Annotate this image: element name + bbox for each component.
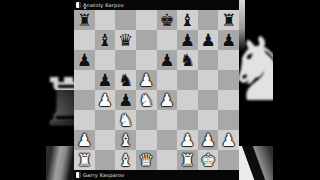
piece-black-pawn[interactable]: ♟: [74, 50, 95, 70]
square-h8[interactable]: ♜: [218, 10, 239, 30]
piece-white-king[interactable]: ♚: [198, 150, 219, 170]
piece-black-bishop[interactable]: ♝: [177, 10, 198, 30]
piece-black-king[interactable]: ♚: [157, 10, 178, 30]
video-frame: ♜ ♞ Anatoly Karpov ♜♚♝♜♝♛♟♟♟♟♟♞♟♞♟♟♟♞♟♞♟…: [0, 0, 320, 180]
square-h3[interactable]: [218, 110, 239, 130]
square-a8[interactable]: ♜: [74, 10, 95, 30]
square-e6[interactable]: ♟: [157, 50, 178, 70]
background-knight-photo: ♞: [239, 26, 273, 114]
square-a6[interactable]: ♟: [74, 50, 95, 70]
square-g8[interactable]: [198, 10, 219, 30]
square-g7[interactable]: ♟: [198, 30, 219, 50]
player-flag-icon: [76, 172, 81, 178]
square-g6[interactable]: [198, 50, 219, 70]
square-c8[interactable]: [115, 10, 136, 30]
piece-white-pawn[interactable]: ♟: [95, 90, 116, 110]
square-d2[interactable]: [136, 130, 157, 150]
square-d5[interactable]: ♟: [136, 70, 157, 90]
background-photo-right: ♞: [239, 0, 273, 180]
square-f7[interactable]: ♟: [177, 30, 198, 50]
square-c3[interactable]: ♞: [115, 110, 136, 130]
piece-white-bishop[interactable]: ♝: [115, 130, 136, 150]
piece-black-pawn[interactable]: ♟: [115, 90, 136, 110]
square-h2[interactable]: ♟: [218, 130, 239, 150]
piece-white-pawn[interactable]: ♟: [74, 130, 95, 150]
square-b4[interactable]: ♟: [95, 90, 116, 110]
square-b6[interactable]: [95, 50, 116, 70]
square-c4[interactable]: ♟: [115, 90, 136, 110]
square-c2[interactable]: ♝: [115, 130, 136, 150]
player-bar-bottom: Garry Kasparov: [74, 170, 239, 180]
piece-white-knight[interactable]: ♞: [115, 110, 136, 130]
square-f8[interactable]: ♝: [177, 10, 198, 30]
player-name-bottom: Garry Kasparov: [83, 172, 124, 178]
player-status-dot: [84, 7, 86, 9]
square-b7[interactable]: ♝: [95, 30, 116, 50]
square-e4[interactable]: ♟: [157, 90, 178, 110]
square-c1[interactable]: ♝: [115, 150, 136, 170]
background-floor-right: [239, 146, 273, 180]
square-d3[interactable]: [136, 110, 157, 130]
player-name-top: Anatoly Karpov: [83, 2, 124, 8]
square-e8[interactable]: ♚: [157, 10, 178, 30]
piece-white-queen[interactable]: ♛: [136, 150, 157, 170]
piece-white-pawn[interactable]: ♟: [136, 70, 157, 90]
square-e3[interactable]: [157, 110, 178, 130]
square-f6[interactable]: ♞: [177, 50, 198, 70]
square-d1[interactable]: ♛: [136, 150, 157, 170]
piece-black-pawn[interactable]: ♟: [157, 50, 178, 70]
square-h7[interactable]: ♟: [218, 30, 239, 50]
piece-black-knight[interactable]: ♞: [115, 70, 136, 90]
player-bar-top: Anatoly Karpov: [74, 0, 239, 10]
background-floor-left: [46, 146, 75, 180]
square-a1[interactable]: ♜: [74, 150, 95, 170]
square-g5[interactable]: [198, 70, 219, 90]
square-g3[interactable]: [198, 110, 219, 130]
square-e7[interactable]: [157, 30, 178, 50]
square-c6[interactable]: [115, 50, 136, 70]
piece-white-pawn[interactable]: ♟: [218, 130, 239, 150]
background-photo-left: ♜: [46, 0, 75, 180]
square-e1[interactable]: [157, 150, 178, 170]
square-a4[interactable]: [74, 90, 95, 110]
square-d8[interactable]: [136, 10, 157, 30]
square-c7[interactable]: ♛: [115, 30, 136, 50]
square-b3[interactable]: [95, 110, 116, 130]
piece-black-rook[interactable]: ♜: [218, 10, 239, 30]
square-f3[interactable]: [177, 110, 198, 130]
chess-board: ♜♚♝♜♝♛♟♟♟♟♟♞♟♞♟♟♟♞♟♞♟♝♟♟♟♜♝♛♜♚: [74, 10, 239, 170]
square-a5[interactable]: [74, 70, 95, 90]
square-g1[interactable]: ♚: [198, 150, 219, 170]
piece-black-pawn[interactable]: ♟: [177, 30, 198, 50]
square-g2[interactable]: ♟: [198, 130, 219, 150]
piece-white-bishop[interactable]: ♝: [115, 150, 136, 170]
piece-black-queen[interactable]: ♛: [115, 30, 136, 50]
player-flag-icon: [76, 2, 81, 8]
piece-white-pawn[interactable]: ♟: [177, 130, 198, 150]
piece-black-rook[interactable]: ♜: [74, 10, 95, 30]
square-c5[interactable]: ♞: [115, 70, 136, 90]
square-h5[interactable]: [218, 70, 239, 90]
square-g4[interactable]: [198, 90, 219, 110]
square-h1[interactable]: [218, 150, 239, 170]
piece-white-pawn[interactable]: ♟: [198, 130, 219, 150]
square-f2[interactable]: ♟: [177, 130, 198, 150]
piece-black-pawn[interactable]: ♟: [218, 30, 239, 50]
square-d6[interactable]: [136, 50, 157, 70]
square-b5[interactable]: ♟: [95, 70, 116, 90]
square-b1[interactable]: [95, 150, 116, 170]
square-d7[interactable]: [136, 30, 157, 50]
piece-white-rook[interactable]: ♜: [177, 150, 198, 170]
square-b8[interactable]: [95, 10, 116, 30]
piece-black-knight[interactable]: ♞: [177, 50, 198, 70]
piece-black-bishop[interactable]: ♝: [95, 30, 116, 50]
square-e2[interactable]: [157, 130, 178, 150]
piece-white-rook[interactable]: ♜: [74, 150, 95, 170]
square-a2[interactable]: ♟: [74, 130, 95, 150]
chess-widget: Anatoly Karpov ♜♚♝♜♝♛♟♟♟♟♟♞♟♞♟♟♟♞♟♞♟♝♟♟♟…: [74, 0, 239, 180]
square-a3[interactable]: [74, 110, 95, 130]
background-shadow: [46, 90, 75, 150]
square-h4[interactable]: [218, 90, 239, 110]
square-a7[interactable]: [74, 30, 95, 50]
square-e5[interactable]: [157, 70, 178, 90]
square-f1[interactable]: ♜: [177, 150, 198, 170]
square-h6[interactable]: [218, 50, 239, 70]
square-f5[interactable]: [177, 70, 198, 90]
piece-white-pawn[interactable]: ♟: [157, 90, 178, 110]
square-d4[interactable]: ♞: [136, 90, 157, 110]
piece-black-pawn[interactable]: ♟: [198, 30, 219, 50]
piece-white-knight[interactable]: ♞: [136, 90, 157, 110]
square-b2[interactable]: [95, 130, 116, 150]
square-f4[interactable]: [177, 90, 198, 110]
piece-black-pawn[interactable]: ♟: [95, 70, 116, 90]
